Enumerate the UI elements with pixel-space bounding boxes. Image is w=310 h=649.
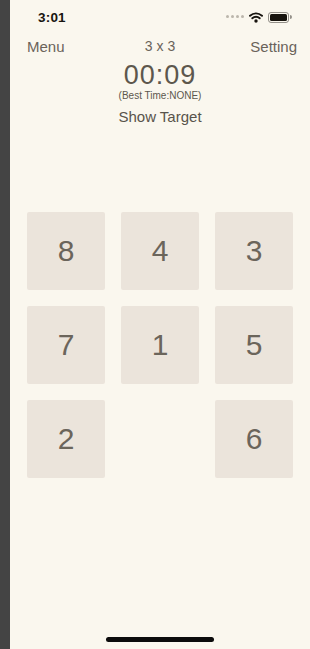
status-time: 3:01 (38, 10, 66, 25)
tile-6[interactable]: 6 (215, 400, 293, 478)
cellular-signal-icon (226, 15, 244, 19)
tile-5[interactable]: 5 (215, 306, 293, 384)
tile-8[interactable]: 8 (27, 212, 105, 290)
status-bar: 3:01 (10, 0, 310, 28)
battery-icon (268, 12, 292, 23)
tile-2[interactable]: 2 (27, 400, 105, 478)
empty-cell (121, 400, 199, 478)
tile-3[interactable]: 3 (215, 212, 293, 290)
tile-7[interactable]: 7 (27, 306, 105, 384)
timer-display: 00:09 (10, 60, 310, 90)
best-time-label: (Best Time:NONE) (10, 90, 310, 102)
show-target-button[interactable]: Show Target (118, 108, 201, 126)
app-screen: 3:01 Menu 3 x 3 Setting 00:09 (Best Time… (10, 0, 310, 649)
wifi-icon (248, 11, 264, 23)
home-indicator[interactable] (106, 637, 214, 642)
nav-bar: Menu 3 x 3 Setting (10, 36, 310, 56)
setting-button[interactable]: Setting (250, 38, 297, 55)
puzzle-board: 8 4 3 7 1 5 2 6 (27, 212, 293, 478)
menu-button[interactable]: Menu (27, 38, 65, 55)
status-icons (226, 11, 292, 23)
tile-1[interactable]: 1 (121, 306, 199, 384)
tile-4[interactable]: 4 (121, 212, 199, 290)
